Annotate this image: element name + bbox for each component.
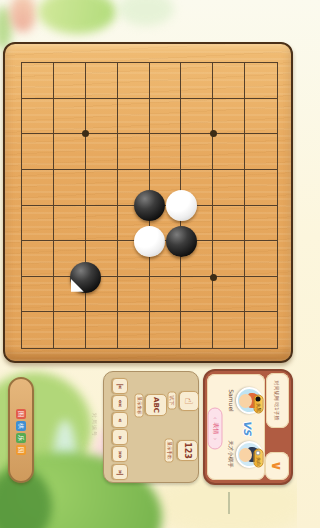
collapse-panel-button[interactable]: ∨ bbox=[265, 452, 289, 480]
last-move-marker bbox=[71, 279, 84, 292]
show-move-numbers-tag: 显示手数 bbox=[165, 438, 174, 462]
vs-label: VS bbox=[242, 420, 254, 436]
fast-backward-button[interactable]: «« bbox=[112, 395, 128, 411]
sign-char-chip: 围 bbox=[16, 409, 26, 419]
stone-white-F5 bbox=[166, 190, 197, 221]
player-black-name: Samuel bbox=[227, 387, 236, 413]
stone-black-C3 bbox=[70, 262, 101, 293]
fast-forward-button[interactable]: »» bbox=[112, 446, 128, 462]
black-side-badge: 执黑 bbox=[253, 394, 263, 413]
player-white-name: 天才小棋手 bbox=[227, 439, 235, 469]
paint-streak bbox=[118, 0, 174, 26]
game-rules-label: 对局规则 吃1子胜 bbox=[266, 373, 289, 428]
show-move-numbers-button[interactable]: 123 bbox=[177, 440, 198, 461]
paint-streak bbox=[38, 0, 116, 34]
trial-move-tag: 试下 bbox=[168, 391, 177, 409]
step-backward-button[interactable]: « bbox=[112, 412, 128, 428]
hand-icon: ☝ bbox=[182, 398, 195, 405]
show-coordinates-tag: 显示坐标 bbox=[134, 393, 143, 417]
white-side-badge: 执白 bbox=[253, 449, 263, 468]
sign-char-chip: 乐 bbox=[16, 433, 26, 443]
wooden-sign-button[interactable]: 围棋乐园 bbox=[8, 377, 34, 483]
show-coordinates-button[interactable]: ABC bbox=[145, 394, 167, 416]
skip-to-start-button[interactable]: |« bbox=[112, 378, 128, 394]
go-board[interactable] bbox=[3, 42, 293, 363]
chevron-icon: ∨ bbox=[269, 460, 285, 471]
paint-streak bbox=[10, 0, 36, 32]
stone-white-E4 bbox=[134, 226, 165, 257]
game-id-watermark: 对局编号 bbox=[91, 402, 99, 448]
avatar-face bbox=[239, 448, 252, 462]
emote-button[interactable]: 表情 bbox=[207, 407, 222, 449]
stone-layer bbox=[5, 44, 291, 361]
stone-black-E5 bbox=[134, 190, 165, 221]
trial-move-button[interactable]: ☝ bbox=[179, 391, 199, 411]
flag-pole bbox=[228, 492, 230, 514]
avatar-face bbox=[239, 394, 252, 408]
star-point bbox=[210, 130, 217, 137]
sign-char-chip: 园 bbox=[16, 445, 26, 455]
step-forward-button[interactable]: » bbox=[112, 429, 128, 445]
stone-black-F4 bbox=[166, 226, 197, 257]
star-point bbox=[82, 130, 89, 137]
sign-char-chip: 棋 bbox=[16, 421, 26, 431]
skip-to-end-button[interactable]: »| bbox=[112, 464, 128, 480]
star-point bbox=[210, 274, 217, 281]
